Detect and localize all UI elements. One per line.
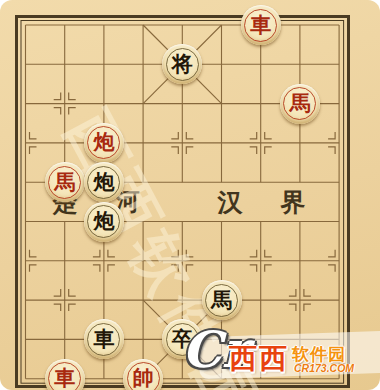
piece-glyph: 炮 [93, 131, 114, 152]
piece-glyph: 車 [250, 14, 271, 35]
piece-glyph: 馬 [211, 289, 232, 310]
piece-black-horse[interactable]: 馬 [202, 280, 242, 320]
piece-glyph: 炮 [93, 171, 114, 192]
piece-red-horse-left[interactable]: 馬 [45, 162, 85, 202]
piece-red-horse-right[interactable]: 馬 [280, 84, 320, 124]
piece-red-cannon[interactable]: 炮 [84, 123, 124, 163]
watermark-domain: CR173.COM [294, 362, 354, 374]
piece-glyph: 将 [172, 53, 193, 74]
piece-glyph: 炮 [93, 210, 114, 231]
piece-glyph: 車 [93, 328, 114, 349]
river-label-han: 汉 [218, 186, 243, 219]
piece-glyph: 帥 [133, 367, 154, 388]
piece-glyph: 馬 [54, 171, 75, 192]
screenshot-root: 楚 河 汉 界 西西软件园 車将馬炮馬炮炮馬車卒車帥 Cr 西西 软件园 CR1… [0, 0, 380, 390]
piece-black-cannon-lower[interactable]: 炮 [84, 202, 124, 242]
piece-red-chariot-top[interactable]: 車 [241, 5, 281, 45]
river-label-jie: 界 [281, 186, 306, 219]
piece-glyph: 馬 [289, 92, 310, 113]
piece-glyph: 車 [54, 367, 75, 388]
watermark-site-name: 西西 [229, 340, 289, 378]
piece-black-cannon-upper[interactable]: 炮 [84, 162, 124, 202]
